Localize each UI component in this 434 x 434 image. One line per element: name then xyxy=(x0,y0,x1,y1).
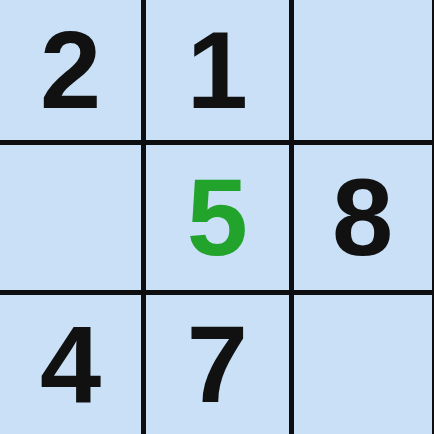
sudoku-board: 2 1 5 8 4 7 xyxy=(0,0,434,434)
grid-line-vertical-1 xyxy=(141,0,146,434)
cell-value: 4 xyxy=(40,309,101,419)
cell-r1c1[interactable]: 2 xyxy=(0,0,141,140)
cell-value: 7 xyxy=(187,309,248,419)
cell-value: 2 xyxy=(40,15,101,125)
cell-value: 5 xyxy=(187,162,248,272)
cell-r3c1[interactable]: 4 xyxy=(0,295,141,434)
cell-r2c2[interactable]: 5 xyxy=(146,145,290,291)
cell-r3c2[interactable]: 7 xyxy=(146,295,290,434)
cell-r2c1[interactable] xyxy=(0,145,141,291)
cell-r2c3[interactable]: 8 xyxy=(294,145,432,291)
cell-r3c3[interactable] xyxy=(294,295,432,434)
grid-line-horizontal-1 xyxy=(0,140,434,145)
grid-line-vertical-2 xyxy=(289,0,294,434)
cell-value: 1 xyxy=(187,15,248,125)
cell-value: 8 xyxy=(332,162,393,272)
cell-r1c3[interactable] xyxy=(294,0,432,140)
cell-r1c2[interactable]: 1 xyxy=(146,0,290,140)
grid-line-horizontal-2 xyxy=(0,290,434,295)
